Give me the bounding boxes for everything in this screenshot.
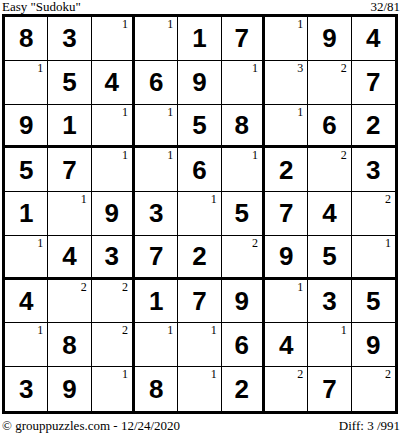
cell-r9c6[interactable]: 2 — [222, 367, 265, 411]
pencil-mark: 1 — [297, 17, 303, 31]
cell-r1c8[interactable]: 9 — [308, 17, 351, 61]
cell-value: 4 — [105, 69, 119, 95]
cell-r1c5[interactable]: 1 — [178, 17, 221, 61]
pencil-mark: 1 — [211, 192, 217, 206]
cell-value: 7 — [192, 288, 206, 314]
cell-value: 3 — [366, 157, 380, 183]
cell-r1c9[interactable]: 4 — [352, 17, 395, 61]
cell-r4c8[interactable]: 2 — [308, 148, 351, 192]
pencil-mark: 1 — [297, 280, 303, 294]
cell-value: 6 — [235, 332, 249, 358]
cell-r5c1[interactable]: 1 — [5, 192, 48, 236]
pencil-mark: 1 — [122, 17, 128, 31]
cell-value: 9 — [279, 243, 293, 269]
cell-r3c1[interactable]: 9 — [5, 105, 48, 149]
cell-r9c4[interactable]: 8 — [135, 367, 178, 411]
pencil-mark: 2 — [81, 280, 87, 294]
cell-value: 7 — [322, 376, 336, 402]
cell-value: 1 — [62, 112, 76, 138]
cell-r3c5[interactable]: 5 — [178, 105, 221, 149]
cell-r4c3[interactable]: 1 — [92, 148, 135, 192]
cell-value: 5 — [192, 112, 206, 138]
cell-r5c5[interactable]: 1 — [178, 192, 221, 236]
cell-r9c2[interactable]: 9 — [48, 367, 91, 411]
cell-value: 8 — [149, 376, 163, 402]
cell-value: 3 — [105, 243, 119, 269]
sudoku-grid: 8311171941546913279111581625711612231193… — [2, 14, 398, 414]
cell-value: 4 — [322, 200, 336, 226]
cell-r2c8[interactable]: 2 — [308, 61, 351, 105]
cell-r8c2[interactable]: 8 — [48, 323, 91, 367]
cell-value: 2 — [366, 112, 380, 138]
cell-value: 4 — [366, 25, 380, 51]
cell-value: 9 — [322, 25, 336, 51]
cell-r5c3[interactable]: 9 — [92, 192, 135, 236]
cell-value: 6 — [322, 112, 336, 138]
cell-value: 5 — [322, 243, 336, 269]
cell-value: 7 — [279, 200, 293, 226]
cell-r7c9[interactable]: 5 — [352, 280, 395, 324]
cell-value: 1 — [192, 25, 206, 51]
cell-r2c7[interactable]: 3 — [265, 61, 308, 105]
cell-r1c4[interactable]: 1 — [135, 17, 178, 61]
cell-r9c3[interactable]: 1 — [92, 367, 135, 411]
cell-r3c8[interactable]: 6 — [308, 105, 351, 149]
cell-r4c9[interactable]: 3 — [352, 148, 395, 192]
pencil-mark: 2 — [385, 367, 391, 381]
pencil-mark: 1 — [167, 323, 173, 337]
pencil-mark: 1 — [341, 323, 347, 337]
cell-r6c6[interactable]: 2 — [222, 236, 265, 280]
cell-r1c1[interactable]: 8 — [5, 17, 48, 61]
pencil-mark: 1 — [122, 105, 128, 119]
cell-r2c2[interactable]: 5 — [48, 61, 91, 105]
cell-value: 5 — [62, 69, 76, 95]
cell-r6c5[interactable]: 2 — [178, 236, 221, 280]
cell-value: 2 — [279, 157, 293, 183]
cell-r7c7[interactable]: 1 — [265, 280, 308, 324]
pencil-mark: 2 — [122, 280, 128, 294]
difficulty-text: Diff: 3 /991 — [339, 419, 400, 433]
cell-r7c1[interactable]: 4 — [5, 280, 48, 324]
cell-r4c7[interactable]: 2 — [265, 148, 308, 192]
cell-r2c1[interactable]: 1 — [5, 61, 48, 105]
cell-r2c4[interactable]: 6 — [135, 61, 178, 105]
cell-r1c6[interactable]: 7 — [222, 17, 265, 61]
cell-r9c8[interactable]: 7 — [308, 367, 351, 411]
cell-r4c1[interactable]: 5 — [5, 148, 48, 192]
pencil-mark: 1 — [37, 236, 43, 250]
cell-value: 7 — [149, 243, 163, 269]
cell-r9c5[interactable]: 1 — [178, 367, 221, 411]
page-title: Easy "Sudoku" — [2, 0, 81, 13]
cell-value: 1 — [19, 200, 33, 226]
pencil-mark: 1 — [37, 323, 43, 337]
cell-value: 8 — [19, 25, 33, 51]
cell-r3c3[interactable]: 1 — [92, 105, 135, 149]
pencil-mark: 1 — [385, 236, 391, 250]
cell-value: 2 — [192, 243, 206, 269]
cell-r5c8[interactable]: 4 — [308, 192, 351, 236]
pencil-mark: 2 — [252, 236, 258, 250]
clue-counter: 32/81 — [370, 0, 400, 13]
pencil-mark: 1 — [122, 148, 128, 162]
cell-r3c9[interactable]: 2 — [352, 105, 395, 149]
footer: © grouppuzzles.com - 12/24/2020 Diff: 3 … — [0, 419, 402, 433]
copyright-text: © grouppuzzles.com - 12/24/2020 — [2, 419, 180, 433]
cell-r8c6[interactable]: 6 — [222, 323, 265, 367]
cell-r6c1[interactable]: 1 — [5, 236, 48, 280]
cell-value: 4 — [279, 332, 293, 358]
cell-r7c4[interactable]: 1 — [135, 280, 178, 324]
cell-value: 9 — [62, 376, 76, 402]
cell-value: 2 — [235, 376, 249, 402]
cell-value: 8 — [62, 332, 76, 358]
cell-r7c3[interactable]: 2 — [92, 280, 135, 324]
cell-r6c7[interactable]: 9 — [265, 236, 308, 280]
cell-value: 6 — [149, 69, 163, 95]
cell-r7c5[interactable]: 7 — [178, 280, 221, 324]
cell-value: 9 — [19, 112, 33, 138]
cell-value: 5 — [235, 200, 249, 226]
cell-value: 9 — [192, 69, 206, 95]
cell-r5c7[interactable]: 7 — [265, 192, 308, 236]
cell-r8c7[interactable]: 4 — [265, 323, 308, 367]
pencil-mark: 2 — [122, 323, 128, 337]
cell-value: 3 — [149, 200, 163, 226]
pencil-mark: 1 — [122, 367, 128, 381]
cell-r7c8[interactable]: 3 — [308, 280, 351, 324]
cell-r3c7[interactable]: 1 — [265, 105, 308, 149]
pencil-mark: 1 — [211, 367, 217, 381]
cell-value: 9 — [105, 200, 119, 226]
pencil-mark: 2 — [297, 367, 303, 381]
cell-r1c7[interactable]: 1 — [265, 17, 308, 61]
cell-r3c2[interactable]: 1 — [48, 105, 91, 149]
cell-r3c4[interactable]: 1 — [135, 105, 178, 149]
cell-value: 8 — [235, 112, 249, 138]
cell-value: 5 — [19, 157, 33, 183]
pencil-mark: 3 — [297, 61, 303, 75]
cell-value: 7 — [235, 25, 249, 51]
cell-r4c4[interactable]: 1 — [135, 148, 178, 192]
cell-r5c6[interactable]: 5 — [222, 192, 265, 236]
cell-r5c2[interactable]: 1 — [48, 192, 91, 236]
pencil-mark: 1 — [81, 192, 87, 206]
cell-value: 7 — [62, 157, 76, 183]
pencil-mark: 1 — [211, 323, 217, 337]
cell-r7c6[interactable]: 9 — [222, 280, 265, 324]
cell-r6c3[interactable]: 3 — [92, 236, 135, 280]
cell-r2c6[interactable]: 1 — [222, 61, 265, 105]
cell-r2c3[interactable]: 4 — [92, 61, 135, 105]
cell-r5c4[interactable]: 3 — [135, 192, 178, 236]
cell-r4c2[interactable]: 7 — [48, 148, 91, 192]
cell-r3c6[interactable]: 8 — [222, 105, 265, 149]
cell-r2c9[interactable]: 7 — [352, 61, 395, 105]
cell-value: 1 — [149, 288, 163, 314]
cell-r6c8[interactable]: 5 — [308, 236, 351, 280]
cell-r2c5[interactable]: 9 — [178, 61, 221, 105]
cell-value: 9 — [366, 332, 380, 358]
cell-r4c5[interactable]: 6 — [178, 148, 221, 192]
header: Easy "Sudoku" 32/81 — [0, 0, 402, 14]
cell-r8c1[interactable]: 1 — [5, 323, 48, 367]
pencil-mark: 1 — [167, 105, 173, 119]
cell-r6c2[interactable]: 4 — [48, 236, 91, 280]
cell-r1c3[interactable]: 1 — [92, 17, 135, 61]
cell-r8c3[interactable]: 2 — [92, 323, 135, 367]
cell-value: 4 — [19, 288, 33, 314]
cell-r8c9[interactable]: 9 — [352, 323, 395, 367]
cell-value: 7 — [366, 69, 380, 95]
pencil-mark: 1 — [297, 105, 303, 119]
cell-r8c8[interactable]: 1 — [308, 323, 351, 367]
cell-r1c2[interactable]: 3 — [48, 17, 91, 61]
cell-r4c6[interactable]: 1 — [222, 148, 265, 192]
pencil-mark: 1 — [37, 61, 43, 75]
pencil-mark: 2 — [341, 61, 347, 75]
cell-r7c2[interactable]: 2 — [48, 280, 91, 324]
cell-value: 3 — [62, 25, 76, 51]
cell-r6c4[interactable]: 7 — [135, 236, 178, 280]
cell-r5c9[interactable]: 2 — [352, 192, 395, 236]
pencil-mark: 1 — [252, 61, 258, 75]
pencil-mark: 1 — [252, 148, 258, 162]
cell-value: 4 — [62, 243, 76, 269]
cell-value: 9 — [235, 288, 249, 314]
cell-r9c1[interactable]: 3 — [5, 367, 48, 411]
pencil-mark: 1 — [167, 148, 173, 162]
cell-r8c4[interactable]: 1 — [135, 323, 178, 367]
cell-r6c9[interactable]: 1 — [352, 236, 395, 280]
pencil-mark: 2 — [341, 148, 347, 162]
pencil-mark: 1 — [167, 17, 173, 31]
cell-value: 3 — [19, 376, 33, 402]
cell-value: 3 — [322, 288, 336, 314]
cell-value: 6 — [192, 157, 206, 183]
pencil-mark: 2 — [385, 192, 391, 206]
cell-r9c9[interactable]: 2 — [352, 367, 395, 411]
cell-r9c7[interactable]: 2 — [265, 367, 308, 411]
cell-r8c5[interactable]: 1 — [178, 323, 221, 367]
cell-value: 5 — [366, 288, 380, 314]
